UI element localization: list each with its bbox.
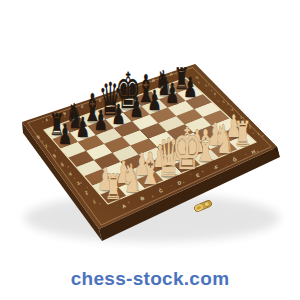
frame-ornament-dot (80, 182, 82, 184)
product-photo-canvas: AABBCCDDEEFFGGHH1122334455667788♜♞♝♛♚♝♞♜… (0, 0, 300, 300)
frame-ornament-dot (227, 103, 229, 105)
piece-black-pawn-c7: ♟ (93, 105, 108, 137)
frame-ornament-dot (74, 178, 75, 179)
piece-black-pawn-b7: ♟ (76, 111, 91, 143)
frame-ornament-dot (217, 100, 218, 101)
frame-ornament-dot (55, 150, 56, 151)
chess-board-photo: AABBCCDDEEFFGGHH1122334455667788♜♞♝♛♚♝♞♜… (0, 0, 300, 300)
frame-ornament-dot (252, 133, 253, 134)
frame-ornament-dot (128, 202, 130, 204)
frame-ornament-dot (99, 203, 100, 204)
frame-ornament-dot (152, 195, 154, 197)
frame-ornament-dot (211, 90, 213, 92)
piece-black-pawn-f7: ♟ (147, 84, 162, 116)
frame-ornament-dot (87, 187, 88, 188)
piece-white-knight-g1: ♞ (214, 116, 235, 162)
frame-ornament-dot (208, 85, 209, 86)
piece-black-pawn-g7: ♟ (165, 78, 180, 110)
frame-ornament-dot (257, 150, 259, 152)
frame-ornament-dot (49, 145, 50, 146)
piece-white-rook-a1: ♜ (104, 167, 122, 207)
frame-ornament-dot (226, 165, 227, 166)
piece-black-pawn-e7: ♟ (129, 91, 144, 123)
piece-white-rook-h1: ♜ (233, 114, 251, 154)
piece-black-pawn-a7: ♟ (58, 118, 73, 150)
frame-ornament-dot (67, 166, 69, 168)
frame-ornament-dot (42, 141, 44, 143)
piece-black-pawn-d7: ♟ (111, 98, 126, 130)
frame-ornament-dot (262, 135, 264, 137)
watermark-text: chess-stock.com (0, 268, 300, 290)
frame-ornament-dot (198, 82, 200, 84)
frame-ornament-dot (42, 121, 43, 122)
piece-black-pawn-h7: ♟ (183, 71, 198, 103)
